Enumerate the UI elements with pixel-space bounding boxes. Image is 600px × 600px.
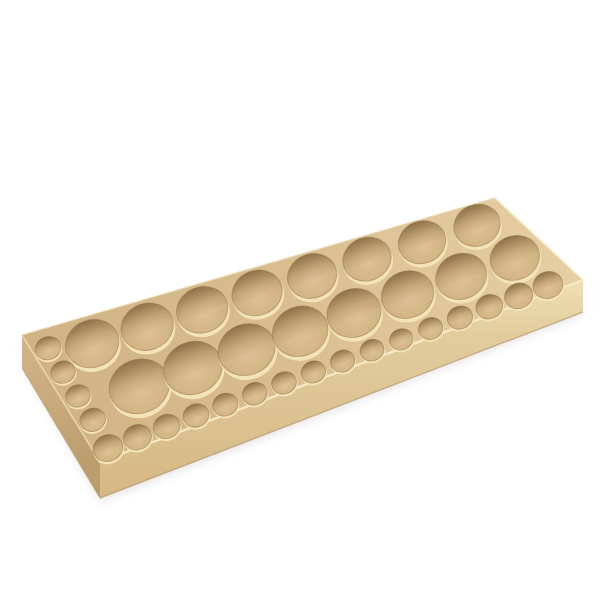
brass-pit-board (0, 0, 600, 600)
product-photo-canvas (0, 0, 600, 600)
